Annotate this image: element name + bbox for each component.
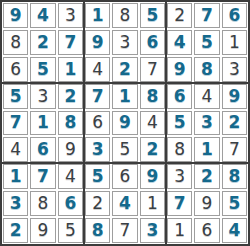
cell-r3c2[interactable]: 5 [30, 57, 55, 82]
cell-r9c4[interactable]: 8 [85, 218, 110, 243]
cell-r2c3[interactable]: 7 [58, 30, 83, 55]
cell-r6c1[interactable]: 4 [3, 137, 28, 162]
cell-r4c4[interactable]: 7 [85, 84, 110, 109]
cell-r4c1[interactable]: 5 [3, 84, 28, 109]
cell-r9c3[interactable]: 5 [58, 218, 83, 243]
sudoku-board: 9431852768279364516514279835327186497186… [0, 0, 250, 246]
cell-r5c4[interactable]: 6 [85, 111, 110, 136]
cell-r3c1[interactable]: 6 [3, 57, 28, 82]
box-divider-horizontal-1 [2, 82, 248, 84]
cell-r6c6[interactable]: 2 [140, 137, 165, 162]
cell-r1c7[interactable]: 2 [167, 3, 192, 28]
cell-r7c6[interactable]: 9 [140, 164, 165, 189]
cell-r5c1[interactable]: 7 [3, 111, 28, 136]
cell-r8c1[interactable]: 3 [3, 191, 28, 216]
cell-r4c5[interactable]: 1 [112, 84, 137, 109]
cell-r6c9[interactable]: 7 [222, 137, 247, 162]
cell-r7c8[interactable]: 2 [194, 164, 219, 189]
cell-r1c4[interactable]: 1 [85, 3, 110, 28]
cell-r3c3[interactable]: 1 [58, 57, 83, 82]
cell-r2c5[interactable]: 3 [112, 30, 137, 55]
cell-r4c2[interactable]: 3 [30, 84, 55, 109]
cell-r8c2[interactable]: 8 [30, 191, 55, 216]
cell-r8c5[interactable]: 4 [112, 191, 137, 216]
cell-r6c8[interactable]: 1 [194, 137, 219, 162]
cell-r5c5[interactable]: 9 [112, 111, 137, 136]
cell-r7c5[interactable]: 6 [112, 164, 137, 189]
cell-r9c7[interactable]: 1 [167, 218, 192, 243]
cell-r5c2[interactable]: 1 [30, 111, 55, 136]
cell-r1c8[interactable]: 7 [194, 3, 219, 28]
cell-r2c7[interactable]: 4 [167, 30, 192, 55]
cell-r3c5[interactable]: 2 [112, 57, 137, 82]
cell-r4c6[interactable]: 8 [140, 84, 165, 109]
cell-r9c9[interactable]: 4 [222, 218, 247, 243]
cell-r9c5[interactable]: 7 [112, 218, 137, 243]
cell-r9c6[interactable]: 3 [140, 218, 165, 243]
cell-r1c2[interactable]: 4 [30, 3, 55, 28]
cell-r5c9[interactable]: 2 [222, 111, 247, 136]
cell-r4c3[interactable]: 2 [58, 84, 83, 109]
cell-r8c7[interactable]: 7 [167, 191, 192, 216]
cell-r3c7[interactable]: 9 [167, 57, 192, 82]
cell-r5c8[interactable]: 3 [194, 111, 219, 136]
cell-r7c3[interactable]: 4 [58, 164, 83, 189]
cell-r7c4[interactable]: 5 [85, 164, 110, 189]
cell-r9c2[interactable]: 9 [30, 218, 55, 243]
cell-r5c6[interactable]: 4 [140, 111, 165, 136]
cell-r7c2[interactable]: 7 [30, 164, 55, 189]
cell-r5c3[interactable]: 8 [58, 111, 83, 136]
cell-r6c4[interactable]: 3 [85, 137, 110, 162]
cell-r8c9[interactable]: 5 [222, 191, 247, 216]
cell-r3c9[interactable]: 3 [222, 57, 247, 82]
cell-r2c4[interactable]: 9 [85, 30, 110, 55]
cell-r4c9[interactable]: 9 [222, 84, 247, 109]
cell-r6c7[interactable]: 8 [167, 137, 192, 162]
cell-r3c8[interactable]: 8 [194, 57, 219, 82]
cell-r1c1[interactable]: 9 [3, 3, 28, 28]
cell-r9c8[interactable]: 6 [194, 218, 219, 243]
cell-r2c2[interactable]: 2 [30, 30, 55, 55]
cell-r8c8[interactable]: 9 [194, 191, 219, 216]
cell-r2c6[interactable]: 6 [140, 30, 165, 55]
cell-r8c4[interactable]: 2 [85, 191, 110, 216]
cell-r2c8[interactable]: 5 [194, 30, 219, 55]
cell-r1c3[interactable]: 3 [58, 3, 83, 28]
cell-r6c3[interactable]: 9 [58, 137, 83, 162]
box-divider-horizontal-2 [2, 162, 248, 164]
cell-r6c5[interactable]: 5 [112, 137, 137, 162]
cell-r7c1[interactable]: 1 [3, 164, 28, 189]
cell-r6c2[interactable]: 6 [30, 137, 55, 162]
cell-r3c6[interactable]: 7 [140, 57, 165, 82]
cell-r7c9[interactable]: 8 [222, 164, 247, 189]
cell-r8c3[interactable]: 6 [58, 191, 83, 216]
cell-r8c6[interactable]: 1 [140, 191, 165, 216]
cell-r4c7[interactable]: 6 [167, 84, 192, 109]
cell-r9c1[interactable]: 2 [3, 218, 28, 243]
box-divider-vertical-1 [83, 2, 85, 244]
cell-r2c9[interactable]: 1 [222, 30, 247, 55]
cell-r5c7[interactable]: 5 [167, 111, 192, 136]
cell-r1c5[interactable]: 8 [112, 3, 137, 28]
cell-r3c4[interactable]: 4 [85, 57, 110, 82]
cell-r1c6[interactable]: 5 [140, 3, 165, 28]
cell-r1c9[interactable]: 6 [222, 3, 247, 28]
cell-r7c7[interactable]: 3 [167, 164, 192, 189]
cell-r2c1[interactable]: 8 [3, 30, 28, 55]
box-divider-vertical-2 [165, 2, 167, 244]
cell-r4c8[interactable]: 4 [194, 84, 219, 109]
